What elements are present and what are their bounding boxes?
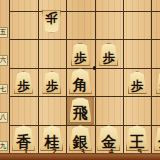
sente-pawn[interactable]: 歩 <box>99 43 118 67</box>
piece-kanji: 金 <box>158 135 160 152</box>
rank-label: 七 <box>0 84 8 95</box>
rank-label: 六 <box>0 55 8 66</box>
grid-line-vertical <box>123 0 124 153</box>
rank-label: 八 <box>0 112 8 123</box>
sente-pawn[interactable]: 歩 <box>156 71 160 95</box>
sente-pawn[interactable]: 歩 <box>71 43 90 67</box>
piece-kanji: 歩 <box>17 80 30 94</box>
sente-pawn[interactable]: 歩 <box>42 71 61 95</box>
piece-kanji: 歩 <box>102 52 115 66</box>
piece-kanji: 歩 <box>46 80 59 94</box>
grid-line-vertical <box>9 0 10 153</box>
rank-label: 五 <box>0 27 8 38</box>
sente-pawn[interactable]: 歩 <box>128 71 147 95</box>
shogi-board: 歩歩歩歩歩角歩歩飛香桂銀金王金 五六七八九 12345 <box>0 0 160 160</box>
grid-line-horizontal <box>9 68 160 69</box>
sente-bishop[interactable]: 角 <box>69 68 92 94</box>
sente-pawn[interactable]: 歩 <box>14 71 33 95</box>
grid-line-vertical <box>151 0 152 153</box>
piece-kanji: 歩 <box>159 80 160 94</box>
piece-kanji: 角 <box>73 78 88 95</box>
board-frame-bottom <box>0 153 160 160</box>
sente-gold[interactable]: 金 <box>154 125 160 151</box>
grid-line-vertical <box>66 0 67 153</box>
grid-line-horizontal <box>9 11 160 12</box>
piece-kanji: 歩 <box>46 10 59 24</box>
grid-line-horizontal <box>9 96 160 97</box>
gote-pawn[interactable]: 歩 <box>42 10 61 34</box>
grid-line-vertical <box>38 0 39 153</box>
grid-line-horizontal <box>9 39 160 40</box>
piece-kanji: 歩 <box>74 52 87 66</box>
piece-kanji: 歩 <box>131 80 144 94</box>
star-point <box>93 66 97 70</box>
rank-label: 九 <box>0 141 8 152</box>
piece-kanji: 飛 <box>73 106 88 123</box>
grid-line-vertical <box>95 0 96 153</box>
